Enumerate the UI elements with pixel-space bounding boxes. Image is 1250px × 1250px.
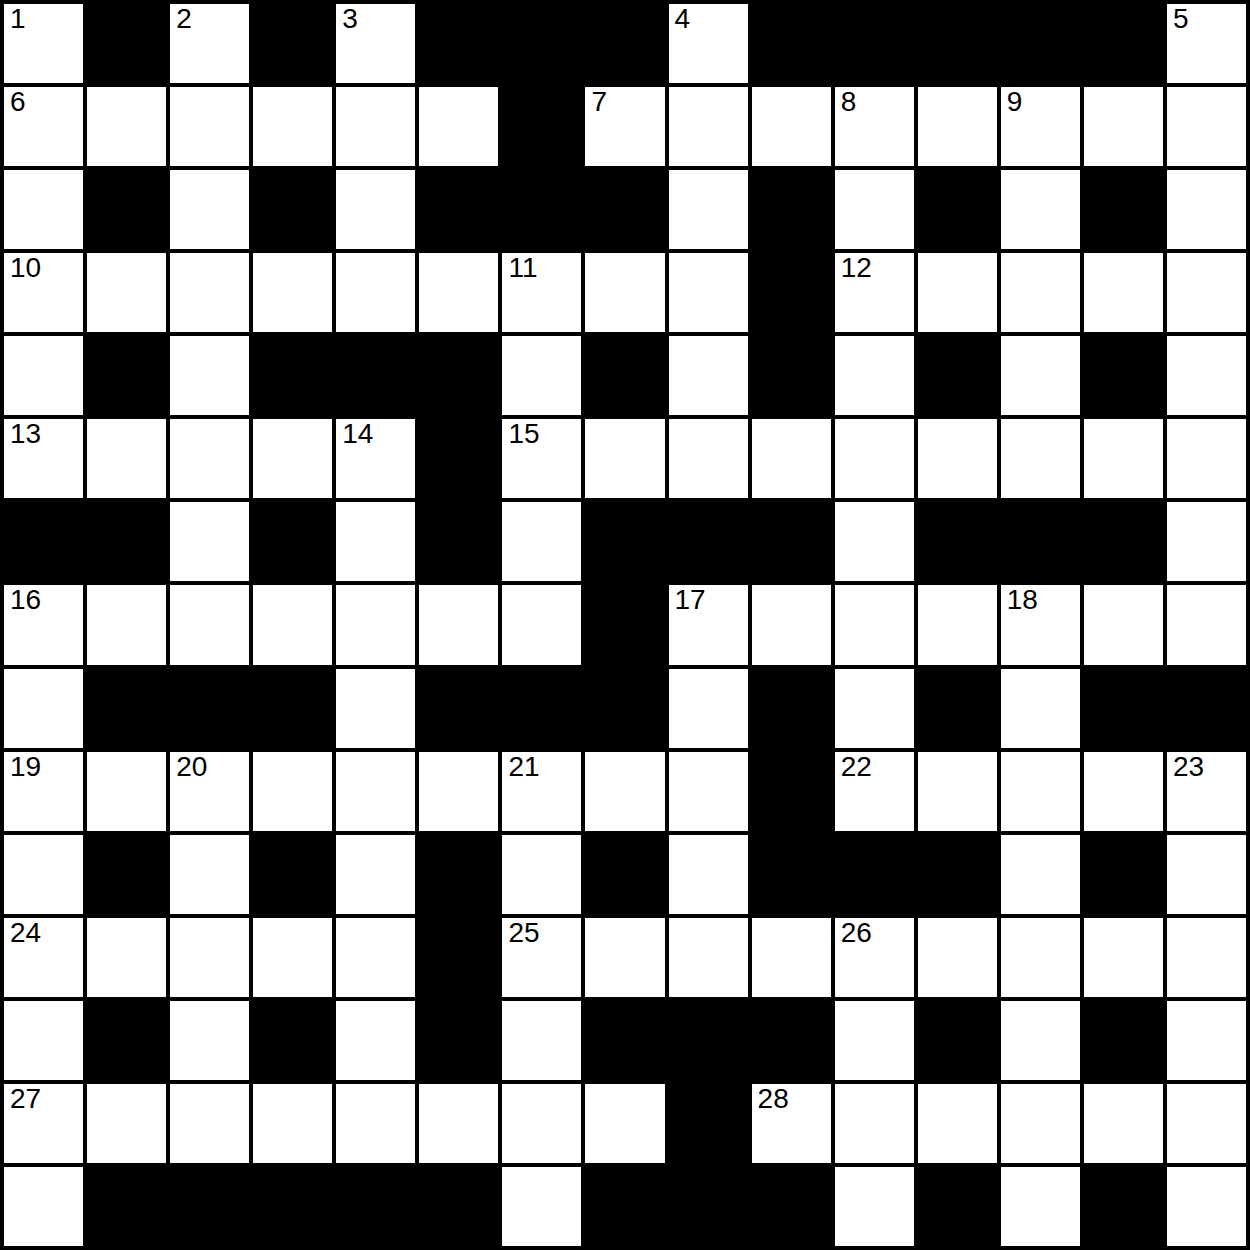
cell-r11c7[interactable]	[585, 918, 664, 997]
cell-r9c0[interactable]: 19	[4, 752, 83, 831]
cell-r11c11[interactable]	[918, 918, 997, 997]
cell-r9c3[interactable]	[253, 752, 332, 831]
cell-r8c8[interactable]	[669, 669, 748, 748]
cell-r5c7[interactable]	[585, 419, 664, 498]
cell-r11c6[interactable]: 25	[502, 918, 581, 997]
block-cell-r2c6	[502, 170, 581, 249]
cell-r9c4[interactable]	[336, 752, 415, 831]
cell-r7c8[interactable]: 17	[669, 585, 748, 664]
cell-r11c2[interactable]	[170, 918, 249, 997]
cell-r1c11[interactable]	[918, 87, 997, 166]
cell-r11c8[interactable]	[669, 918, 748, 997]
block-cell-r14c7	[585, 1167, 664, 1246]
cell-r6c14[interactable]	[1167, 502, 1246, 581]
cell-r11c10[interactable]: 26	[835, 918, 914, 997]
clue-number-14: 14	[342, 420, 373, 448]
cell-r10c12[interactable]	[1001, 835, 1080, 914]
cell-r2c8[interactable]	[669, 170, 748, 249]
block-cell-r7c7	[585, 585, 664, 664]
clue-number-16: 16	[10, 586, 41, 614]
block-cell-r0c6	[502, 4, 581, 83]
cell-r11c12[interactable]	[1001, 918, 1080, 997]
cell-r14c6[interactable]	[502, 1167, 581, 1246]
cell-r7c13[interactable]	[1084, 585, 1163, 664]
cell-r5c8[interactable]	[669, 419, 748, 498]
block-cell-r12c9	[752, 1001, 831, 1080]
cell-r2c2[interactable]	[170, 170, 249, 249]
clue-number-11: 11	[508, 254, 537, 282]
cell-r5c1[interactable]	[87, 419, 166, 498]
cell-r14c12[interactable]	[1001, 1167, 1080, 1246]
cell-r4c0[interactable]	[4, 336, 83, 415]
cell-r7c14[interactable]	[1167, 585, 1246, 664]
block-cell-r8c5	[419, 669, 498, 748]
block-cell-r14c8	[669, 1167, 748, 1246]
cell-r8c4[interactable]	[336, 669, 415, 748]
cell-r10c2[interactable]	[170, 835, 249, 914]
cell-r12c12[interactable]	[1001, 1001, 1080, 1080]
block-cell-r0c3	[253, 4, 332, 83]
cell-r5c12[interactable]	[1001, 419, 1080, 498]
block-cell-r14c3	[253, 1167, 332, 1246]
cell-r9c1[interactable]	[87, 752, 166, 831]
block-cell-r9c9	[752, 752, 831, 831]
cell-r8c12[interactable]	[1001, 669, 1080, 748]
cell-r9c7[interactable]	[585, 752, 664, 831]
block-cell-r6c3	[253, 502, 332, 581]
block-cell-r0c5	[419, 4, 498, 83]
cell-r7c6[interactable]	[502, 585, 581, 664]
cell-r1c4[interactable]	[336, 87, 415, 166]
cell-r9c12[interactable]	[1001, 752, 1080, 831]
block-cell-r6c1	[87, 502, 166, 581]
block-cell-r12c8	[669, 1001, 748, 1080]
cell-r13c4[interactable]	[336, 1084, 415, 1163]
cell-r13c1[interactable]	[87, 1084, 166, 1163]
block-cell-r14c1	[87, 1167, 166, 1246]
block-cell-r10c5	[419, 835, 498, 914]
cell-r12c0[interactable]	[4, 1001, 83, 1080]
cell-r0c4[interactable]: 3	[336, 4, 415, 83]
block-cell-r8c6	[502, 669, 581, 748]
cell-r9c10[interactable]: 22	[835, 752, 914, 831]
block-cell-r4c3	[253, 336, 332, 415]
cell-r3c6[interactable]: 11	[502, 253, 581, 332]
cell-r13c12[interactable]	[1001, 1084, 1080, 1163]
cell-r3c1[interactable]	[87, 253, 166, 332]
block-cell-r12c13	[1084, 1001, 1163, 1080]
clue-number-26: 26	[841, 919, 872, 947]
block-cell-r12c7	[585, 1001, 664, 1080]
cell-r2c0[interactable]	[4, 170, 83, 249]
block-cell-r12c5	[419, 1001, 498, 1080]
cell-r1c14[interactable]	[1167, 87, 1246, 166]
cell-r9c11[interactable]	[918, 752, 997, 831]
cell-r8c10[interactable]	[835, 669, 914, 748]
cell-r10c4[interactable]	[336, 835, 415, 914]
cell-r10c8[interactable]	[669, 835, 748, 914]
cell-r0c2[interactable]: 2	[170, 4, 249, 83]
cell-r0c0[interactable]: 1	[4, 4, 83, 83]
clue-number-13: 13	[10, 420, 41, 448]
cell-r13c14[interactable]	[1167, 1084, 1246, 1163]
block-cell-r5c5	[419, 419, 498, 498]
clue-number-2: 2	[176, 5, 192, 33]
clue-number-10: 10	[10, 254, 41, 282]
block-cell-r4c13	[1084, 336, 1163, 415]
cell-r9c13[interactable]	[1084, 752, 1163, 831]
cell-r10c6[interactable]	[502, 835, 581, 914]
cell-r7c11[interactable]	[918, 585, 997, 664]
clue-number-1: 1	[10, 5, 26, 33]
clue-number-24: 24	[10, 919, 41, 947]
cell-r8c0[interactable]	[4, 669, 83, 748]
block-cell-r0c7	[585, 4, 664, 83]
cell-r11c14[interactable]	[1167, 918, 1246, 997]
cell-r3c10[interactable]: 12	[835, 253, 914, 332]
clue-number-17: 17	[675, 586, 706, 614]
cell-r4c12[interactable]	[1001, 336, 1080, 415]
cell-r13c2[interactable]	[170, 1084, 249, 1163]
block-cell-r4c5	[419, 336, 498, 415]
cell-r5c4[interactable]: 14	[336, 419, 415, 498]
block-cell-r6c11	[918, 502, 997, 581]
block-cell-r2c1	[87, 170, 166, 249]
clue-number-4: 4	[675, 5, 691, 33]
cell-r3c7[interactable]	[585, 253, 664, 332]
block-cell-r2c13	[1084, 170, 1163, 249]
block-cell-r6c8	[669, 502, 748, 581]
cell-r12c6[interactable]	[502, 1001, 581, 1080]
clue-number-19: 19	[10, 753, 41, 781]
clue-number-5: 5	[1173, 5, 1189, 33]
cell-r4c10[interactable]	[835, 336, 914, 415]
crossword-board: 1234567891011121314151617181920212223242…	[0, 0, 1250, 1250]
block-cell-r10c13	[1084, 835, 1163, 914]
block-cell-r6c12	[1001, 502, 1080, 581]
cell-r0c14[interactable]: 5	[1167, 4, 1246, 83]
cell-r3c12[interactable]	[1001, 253, 1080, 332]
cell-r13c7[interactable]	[585, 1084, 664, 1163]
cell-r3c0[interactable]: 10	[4, 253, 83, 332]
cell-r12c2[interactable]	[170, 1001, 249, 1080]
cell-r7c9[interactable]	[752, 585, 831, 664]
cell-r1c0[interactable]: 6	[4, 87, 83, 166]
block-cell-r8c7	[585, 669, 664, 748]
block-cell-r14c4	[336, 1167, 415, 1246]
clue-number-21: 21	[508, 753, 539, 781]
cell-r12c4[interactable]	[336, 1001, 415, 1080]
cell-r6c2[interactable]	[170, 502, 249, 581]
cell-r1c7[interactable]: 7	[585, 87, 664, 166]
cell-r12c14[interactable]	[1167, 1001, 1246, 1080]
cell-r11c4[interactable]	[336, 918, 415, 997]
block-cell-r10c10	[835, 835, 914, 914]
cell-r4c6[interactable]	[502, 336, 581, 415]
cell-r13c6[interactable]	[502, 1084, 581, 1163]
cell-r1c1[interactable]	[87, 87, 166, 166]
cell-r1c2[interactable]	[170, 87, 249, 166]
cell-r9c5[interactable]	[419, 752, 498, 831]
block-cell-r2c9	[752, 170, 831, 249]
cell-r5c14[interactable]	[1167, 419, 1246, 498]
block-cell-r8c11	[918, 669, 997, 748]
block-cell-r4c4	[336, 336, 415, 415]
block-cell-r0c12	[1001, 4, 1080, 83]
block-cell-r12c11	[918, 1001, 997, 1080]
cell-r13c9[interactable]: 28	[752, 1084, 831, 1163]
block-cell-r11c5	[419, 918, 498, 997]
cell-r7c0[interactable]: 16	[4, 585, 83, 664]
block-cell-r0c10	[835, 4, 914, 83]
cell-r6c10[interactable]	[835, 502, 914, 581]
block-cell-r14c11	[918, 1167, 997, 1246]
block-cell-r0c9	[752, 4, 831, 83]
cell-r7c2[interactable]	[170, 585, 249, 664]
cell-r11c9[interactable]	[752, 918, 831, 997]
clue-number-22: 22	[841, 753, 872, 781]
cell-r11c3[interactable]	[253, 918, 332, 997]
block-cell-r4c9	[752, 336, 831, 415]
block-cell-r0c13	[1084, 4, 1163, 83]
block-cell-r6c7	[585, 502, 664, 581]
cell-r5c2[interactable]	[170, 419, 249, 498]
cell-r6c4[interactable]	[336, 502, 415, 581]
cell-r13c5[interactable]	[419, 1084, 498, 1163]
cell-r7c1[interactable]	[87, 585, 166, 664]
block-cell-r8c1	[87, 669, 166, 748]
cell-r3c11[interactable]	[918, 253, 997, 332]
cell-r13c13[interactable]	[1084, 1084, 1163, 1163]
cell-r11c1[interactable]	[87, 918, 166, 997]
cell-r6c6[interactable]	[502, 502, 581, 581]
cell-r9c8[interactable]	[669, 752, 748, 831]
cell-r2c10[interactable]	[835, 170, 914, 249]
block-cell-r0c1	[87, 4, 166, 83]
cell-r9c14[interactable]: 23	[1167, 752, 1246, 831]
cell-r2c4[interactable]	[336, 170, 415, 249]
cell-r5c10[interactable]	[835, 419, 914, 498]
block-cell-r13c8	[669, 1084, 748, 1163]
cell-r13c11[interactable]	[918, 1084, 997, 1163]
cell-r9c2[interactable]: 20	[170, 752, 249, 831]
cell-r3c13[interactable]	[1084, 253, 1163, 332]
clue-number-18: 18	[1007, 586, 1038, 614]
block-cell-r1c6	[502, 87, 581, 166]
block-cell-r14c13	[1084, 1167, 1163, 1246]
block-cell-r14c9	[752, 1167, 831, 1246]
clue-number-15: 15	[508, 420, 539, 448]
cell-r12c10[interactable]	[835, 1001, 914, 1080]
cell-r5c11[interactable]	[918, 419, 997, 498]
cell-r7c4[interactable]	[336, 585, 415, 664]
cell-r2c14[interactable]	[1167, 170, 1246, 249]
block-cell-r2c11	[918, 170, 997, 249]
cell-r1c12[interactable]: 9	[1001, 87, 1080, 166]
block-cell-r8c3	[253, 669, 332, 748]
clue-number-7: 7	[591, 88, 607, 116]
block-cell-r2c7	[585, 170, 664, 249]
clue-number-28: 28	[758, 1085, 789, 1113]
block-cell-r4c11	[918, 336, 997, 415]
clue-number-3: 3	[342, 5, 358, 33]
clue-number-25: 25	[508, 919, 539, 947]
cell-r5c6[interactable]: 15	[502, 419, 581, 498]
cell-r0c8[interactable]: 4	[669, 4, 748, 83]
clue-number-20: 20	[176, 753, 207, 781]
block-cell-r8c9	[752, 669, 831, 748]
clue-number-8: 8	[841, 88, 857, 116]
block-cell-r8c13	[1084, 669, 1163, 748]
cell-r3c8[interactable]	[669, 253, 748, 332]
cell-r2c12[interactable]	[1001, 170, 1080, 249]
cell-r7c10[interactable]	[835, 585, 914, 664]
block-cell-r6c5	[419, 502, 498, 581]
cell-r4c2[interactable]	[170, 336, 249, 415]
cell-r14c0[interactable]	[4, 1167, 83, 1246]
block-cell-r4c1	[87, 336, 166, 415]
cell-r10c0[interactable]	[4, 835, 83, 914]
clue-number-23: 23	[1173, 753, 1204, 781]
cell-r10c14[interactable]	[1167, 835, 1246, 914]
block-cell-r6c0	[4, 502, 83, 581]
clue-number-27: 27	[10, 1085, 41, 1113]
block-cell-r8c14	[1167, 669, 1246, 748]
cell-r1c13[interactable]	[1084, 87, 1163, 166]
block-cell-r3c9	[752, 253, 831, 332]
cell-r3c2[interactable]	[170, 253, 249, 332]
cell-r5c3[interactable]	[253, 419, 332, 498]
block-cell-r10c9	[752, 835, 831, 914]
cell-r1c9[interactable]	[752, 87, 831, 166]
cell-r7c12[interactable]: 18	[1001, 585, 1080, 664]
cell-r13c3[interactable]	[253, 1084, 332, 1163]
cell-r7c3[interactable]	[253, 585, 332, 664]
cell-r5c9[interactable]	[752, 419, 831, 498]
cell-r13c0[interactable]: 27	[4, 1084, 83, 1163]
cell-r3c4[interactable]	[336, 253, 415, 332]
block-cell-r12c1	[87, 1001, 166, 1080]
block-cell-r6c9	[752, 502, 831, 581]
clue-number-6: 6	[10, 88, 26, 116]
cell-r1c8[interactable]	[669, 87, 748, 166]
cell-r7c5[interactable]	[419, 585, 498, 664]
block-cell-r6c13	[1084, 502, 1163, 581]
cell-r1c3[interactable]	[253, 87, 332, 166]
cell-r14c14[interactable]	[1167, 1167, 1246, 1246]
block-cell-r10c7	[585, 835, 664, 914]
cell-r3c5[interactable]	[419, 253, 498, 332]
block-cell-r2c5	[419, 170, 498, 249]
block-cell-r2c3	[253, 170, 332, 249]
block-cell-r10c11	[918, 835, 997, 914]
cell-r11c13[interactable]	[1084, 918, 1163, 997]
cell-r9c6[interactable]: 21	[502, 752, 581, 831]
block-cell-r14c2	[170, 1167, 249, 1246]
cell-r4c8[interactable]	[669, 336, 748, 415]
cell-r5c13[interactable]	[1084, 419, 1163, 498]
block-cell-r10c3	[253, 835, 332, 914]
block-cell-r10c1	[87, 835, 166, 914]
block-cell-r14c5	[419, 1167, 498, 1246]
block-cell-r12c3	[253, 1001, 332, 1080]
clue-number-12: 12	[841, 254, 872, 282]
cell-r1c10[interactable]: 8	[835, 87, 914, 166]
cell-r5c0[interactable]: 13	[4, 419, 83, 498]
cell-r3c14[interactable]	[1167, 253, 1246, 332]
block-cell-r0c11	[918, 4, 997, 83]
cell-r13c10[interactable]	[835, 1084, 914, 1163]
block-cell-r4c7	[585, 336, 664, 415]
clue-number-9: 9	[1007, 88, 1023, 116]
cell-r14c10[interactable]	[835, 1167, 914, 1246]
cell-r3c3[interactable]	[253, 253, 332, 332]
cell-r11c0[interactable]: 24	[4, 918, 83, 997]
cell-r4c14[interactable]	[1167, 336, 1246, 415]
cell-r1c5[interactable]	[419, 87, 498, 166]
block-cell-r8c2	[170, 669, 249, 748]
